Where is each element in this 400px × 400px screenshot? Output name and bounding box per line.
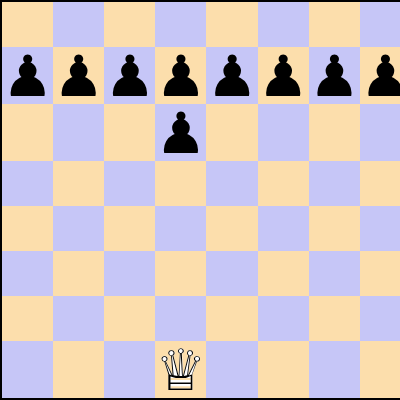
square-f6[interactable] — [258, 104, 309, 161]
square-b6[interactable] — [53, 104, 104, 161]
square-d2[interactable] — [155, 296, 206, 341]
chessboard: ♟♟♟♟♟♟♟♟♟♛♕ — [0, 0, 400, 400]
square-a3[interactable] — [2, 251, 53, 296]
black-pawn: ♟ — [206, 48, 257, 105]
square-a1[interactable] — [2, 341, 53, 398]
square-h7[interactable]: ♟ — [360, 47, 400, 104]
black-pawn: ♟ — [155, 105, 206, 162]
square-h6[interactable] — [360, 104, 400, 161]
square-h8[interactable] — [360, 2, 400, 47]
square-a8[interactable] — [2, 2, 53, 47]
square-c8[interactable] — [104, 2, 155, 47]
square-g8[interactable] — [309, 2, 360, 47]
square-a4[interactable] — [2, 206, 53, 251]
square-d7[interactable]: ♟ — [155, 47, 206, 104]
square-g1[interactable] — [309, 341, 360, 398]
square-f1[interactable] — [258, 341, 309, 398]
square-f3[interactable] — [258, 251, 309, 296]
square-f7[interactable]: ♟ — [258, 47, 309, 104]
square-e3[interactable] — [206, 251, 257, 296]
square-e4[interactable] — [206, 206, 257, 251]
square-e1[interactable] — [206, 341, 257, 398]
square-g5[interactable] — [309, 161, 360, 206]
square-h1[interactable] — [360, 341, 400, 398]
square-h3[interactable] — [360, 251, 400, 296]
square-f2[interactable] — [258, 296, 309, 341]
square-f5[interactable] — [258, 161, 309, 206]
square-b5[interactable] — [53, 161, 104, 206]
square-e7[interactable]: ♟ — [206, 47, 257, 104]
square-c2[interactable] — [104, 296, 155, 341]
square-f4[interactable] — [258, 206, 309, 251]
square-c1[interactable] — [104, 341, 155, 398]
square-g4[interactable] — [309, 206, 360, 251]
square-a5[interactable] — [2, 161, 53, 206]
black-pawn: ♟ — [2, 48, 53, 105]
square-c3[interactable] — [104, 251, 155, 296]
square-f8[interactable] — [258, 2, 309, 47]
black-pawn: ♟ — [53, 48, 104, 105]
black-pawn: ♟ — [360, 48, 400, 105]
square-b3[interactable] — [53, 251, 104, 296]
square-g6[interactable] — [309, 104, 360, 161]
white-queen: ♛♕ — [155, 342, 206, 399]
square-c5[interactable] — [104, 161, 155, 206]
square-d5[interactable] — [155, 161, 206, 206]
black-pawn: ♟ — [258, 48, 309, 105]
black-pawn: ♟ — [104, 48, 155, 105]
square-c7[interactable]: ♟ — [104, 47, 155, 104]
black-pawn: ♟ — [155, 48, 206, 105]
square-b2[interactable] — [53, 296, 104, 341]
square-h2[interactable] — [360, 296, 400, 341]
square-b8[interactable] — [53, 2, 104, 47]
square-h5[interactable] — [360, 161, 400, 206]
square-e8[interactable] — [206, 2, 257, 47]
square-d6[interactable]: ♟ — [155, 104, 206, 161]
square-d3[interactable] — [155, 251, 206, 296]
square-g3[interactable] — [309, 251, 360, 296]
square-d4[interactable] — [155, 206, 206, 251]
square-d1[interactable]: ♛♕ — [155, 341, 206, 398]
square-e5[interactable] — [206, 161, 257, 206]
square-g7[interactable]: ♟ — [309, 47, 360, 104]
square-b4[interactable] — [53, 206, 104, 251]
white-queen-outline-glyph: ♕ — [155, 337, 206, 400]
square-b7[interactable]: ♟ — [53, 47, 104, 104]
black-pawn: ♟ — [309, 48, 360, 105]
square-a7[interactable]: ♟ — [2, 47, 53, 104]
square-g2[interactable] — [309, 296, 360, 341]
square-e2[interactable] — [206, 296, 257, 341]
square-d8[interactable] — [155, 2, 206, 47]
square-b1[interactable] — [53, 341, 104, 398]
square-e6[interactable] — [206, 104, 257, 161]
square-h4[interactable] — [360, 206, 400, 251]
square-a6[interactable] — [2, 104, 53, 161]
square-a2[interactable] — [2, 296, 53, 341]
square-c4[interactable] — [104, 206, 155, 251]
square-c6[interactable] — [104, 104, 155, 161]
